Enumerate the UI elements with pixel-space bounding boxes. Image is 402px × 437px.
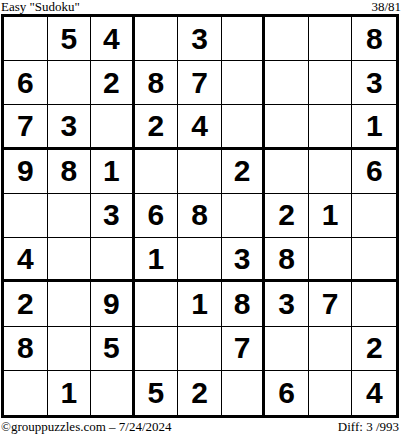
sudoku-cell-r3c9[interactable]: 1 [352,105,396,149]
sudoku-cell-r9c1[interactable] [4,371,48,415]
sudoku-cell-r1c4[interactable] [135,17,179,61]
sudoku-cell-r7c6[interactable]: 8 [222,282,266,326]
sudoku-cell-r1c2[interactable]: 5 [48,17,92,61]
sudoku-cell-r4c6[interactable]: 2 [222,150,266,194]
sudoku-cell-r3c6[interactable] [222,105,266,149]
sudoku-cell-r3c3[interactable] [91,105,135,149]
sudoku-cell-r6c8[interactable] [309,238,353,282]
sudoku-cell-r3c5[interactable]: 4 [178,105,222,149]
sudoku-cell-r2c7[interactable] [265,61,309,105]
sudoku-cell-r9c2[interactable]: 1 [48,371,92,415]
sudoku-cell-r6c4[interactable]: 1 [135,238,179,282]
footer-copyright: ©grouppuzzles.com – 7/24/2024 [1,419,172,435]
sudoku-cell-r6c5[interactable] [178,238,222,282]
sudoku-cell-r6c2[interactable] [48,238,92,282]
sudoku-cell-r1c5[interactable]: 3 [178,17,222,61]
sudoku-cell-r8c6[interactable]: 7 [222,327,266,371]
sudoku-cell-r5c4[interactable]: 6 [135,194,179,238]
sudoku-cell-r4c8[interactable] [309,150,353,194]
sudoku-board: 5438628737324198126368214138291837857215… [1,14,399,418]
sudoku-cell-r1c3[interactable]: 4 [91,17,135,61]
sudoku-cell-r8c9[interactable]: 2 [352,327,396,371]
sudoku-cell-r9c7[interactable]: 6 [265,371,309,415]
sudoku-cell-r1c8[interactable] [309,17,353,61]
sudoku-cell-r2c1[interactable]: 6 [4,61,48,105]
sudoku-cell-r3c7[interactable] [265,105,309,149]
sudoku-cell-r2c5[interactable]: 7 [178,61,222,105]
sudoku-cell-r8c5[interactable] [178,327,222,371]
sudoku-cell-r6c3[interactable] [91,238,135,282]
sudoku-cell-r8c2[interactable] [48,327,92,371]
sudoku-cell-r9c5[interactable]: 2 [178,371,222,415]
sudoku-cell-r8c8[interactable] [309,327,353,371]
sudoku-cell-r2c8[interactable] [309,61,353,105]
sudoku-cell-r2c3[interactable]: 2 [91,61,135,105]
sudoku-cell-r7c3[interactable]: 9 [91,282,135,326]
sudoku-cell-r7c4[interactable] [135,282,179,326]
sudoku-cell-r1c9[interactable]: 8 [352,17,396,61]
sudoku-cell-r4c4[interactable] [135,150,179,194]
sudoku-cell-r8c7[interactable] [265,327,309,371]
sudoku-cell-r3c2[interactable]: 3 [48,105,92,149]
header: Easy "Sudoku" 38/81 [0,0,402,14]
sudoku-cell-r2c6[interactable] [222,61,266,105]
sudoku-cell-r7c5[interactable]: 1 [178,282,222,326]
puzzle-counter: 38/81 [371,0,401,14]
sudoku-cell-r1c1[interactable] [4,17,48,61]
sudoku-cell-r7c7[interactable]: 3 [265,282,309,326]
sudoku-cell-r2c4[interactable]: 8 [135,61,179,105]
sudoku-cell-r8c3[interactable]: 5 [91,327,135,371]
sudoku-cell-r1c7[interactable] [265,17,309,61]
sudoku-cell-r5c8[interactable]: 1 [309,194,353,238]
sudoku-cell-r6c7[interactable]: 8 [265,238,309,282]
sudoku-cell-r5c7[interactable]: 2 [265,194,309,238]
sudoku-cell-r4c1[interactable]: 9 [4,150,48,194]
sudoku-cell-r9c6[interactable] [222,371,266,415]
sudoku-cell-r1c6[interactable] [222,17,266,61]
footer: ©grouppuzzles.com – 7/24/2024 Diff: 3 /9… [0,418,402,435]
sudoku-cell-r4c7[interactable] [265,150,309,194]
sudoku-cell-r4c9[interactable]: 6 [352,150,396,194]
footer-difficulty: Diff: 3 /993 [338,419,399,435]
sudoku-cell-r2c2[interactable] [48,61,92,105]
sudoku-cell-r2c9[interactable]: 3 [352,61,396,105]
sudoku-cell-r5c2[interactable] [48,194,92,238]
sudoku-cell-r8c4[interactable] [135,327,179,371]
sudoku-cell-r4c5[interactable] [178,150,222,194]
sudoku-cell-r9c9[interactable]: 4 [352,371,396,415]
sudoku-cell-r7c8[interactable]: 7 [309,282,353,326]
sudoku-cell-r9c8[interactable] [309,371,353,415]
sudoku-cell-r5c3[interactable]: 3 [91,194,135,238]
sudoku-cell-r7c1[interactable]: 2 [4,282,48,326]
sudoku-cell-r7c2[interactable] [48,282,92,326]
sudoku-cell-r3c4[interactable]: 2 [135,105,179,149]
sudoku-cell-r3c8[interactable] [309,105,353,149]
sudoku-cell-r4c3[interactable]: 1 [91,150,135,194]
sudoku-cell-r9c4[interactable]: 5 [135,371,179,415]
sudoku-cell-r9c3[interactable] [91,371,135,415]
sudoku-cell-r3c1[interactable]: 7 [4,105,48,149]
sudoku-cell-r8c1[interactable]: 8 [4,327,48,371]
sudoku-cell-r5c6[interactable] [222,194,266,238]
puzzle-title: Easy "Sudoku" [1,0,80,14]
sudoku-cell-r7c9[interactable] [352,282,396,326]
sudoku-cell-r6c6[interactable]: 3 [222,238,266,282]
sudoku-cell-r6c9[interactable] [352,238,396,282]
sudoku-cell-r6c1[interactable]: 4 [4,238,48,282]
sudoku-cell-r5c5[interactable]: 8 [178,194,222,238]
sudoku-cell-r4c2[interactable]: 8 [48,150,92,194]
sudoku-cell-r5c9[interactable] [352,194,396,238]
sudoku-cell-r5c1[interactable] [4,194,48,238]
